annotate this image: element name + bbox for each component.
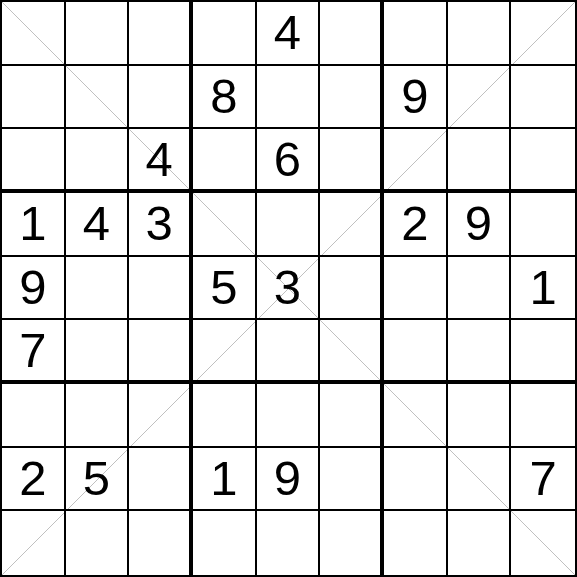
cell-r9c1[interactable] [2, 511, 66, 575]
cell-r7c3[interactable] [129, 384, 193, 448]
cell-r7c8[interactable] [448, 384, 512, 448]
cell-r4c8[interactable]: 9 [448, 193, 512, 257]
cell-r6c1[interactable]: 7 [2, 320, 66, 384]
cell-r8c3[interactable] [129, 448, 193, 512]
cell-r3c8[interactable] [448, 129, 512, 193]
cell-r7c1[interactable] [2, 384, 66, 448]
cell-r5c9[interactable]: 1 [511, 257, 575, 321]
cell-r5c5[interactable]: 3 [257, 257, 321, 321]
cell-r1c2[interactable] [66, 2, 130, 66]
cell-r8c5[interactable]: 9 [257, 448, 321, 512]
cell-r5c4[interactable]: 5 [193, 257, 257, 321]
cell-r6c8[interactable] [448, 320, 512, 384]
cell-r5c1[interactable]: 9 [2, 257, 66, 321]
cell-r8c7[interactable] [384, 448, 448, 512]
cell-r4c6[interactable] [320, 193, 384, 257]
cell-r7c2[interactable] [66, 384, 130, 448]
cell-r2c7[interactable]: 9 [384, 66, 448, 130]
cell-r1c8[interactable] [448, 2, 512, 66]
cell-r4c7[interactable]: 2 [384, 193, 448, 257]
cell-r1c7[interactable] [384, 2, 448, 66]
cell-r3c4[interactable] [193, 129, 257, 193]
cell-r9c7[interactable] [384, 511, 448, 575]
cell-r3c7[interactable] [384, 129, 448, 193]
cell-r2c3[interactable] [129, 66, 193, 130]
cell-r1c4[interactable] [193, 2, 257, 66]
cell-r4c1[interactable]: 1 [2, 193, 66, 257]
cell-r5c6[interactable] [320, 257, 384, 321]
cell-r2c9[interactable] [511, 66, 575, 130]
cell-r8c4[interactable]: 1 [193, 448, 257, 512]
cell-r3c3[interactable]: 4 [129, 129, 193, 193]
cell-r4c3[interactable]: 3 [129, 193, 193, 257]
cell-r5c7[interactable] [384, 257, 448, 321]
cell-r3c9[interactable] [511, 129, 575, 193]
cell-r9c3[interactable] [129, 511, 193, 575]
cell-r2c6[interactable] [320, 66, 384, 130]
cell-r1c3[interactable] [129, 2, 193, 66]
cell-r1c9[interactable] [511, 2, 575, 66]
cell-r4c5[interactable] [257, 193, 321, 257]
sudoku-grid: 48946143299531725197 [2, 2, 575, 575]
cell-r3c1[interactable] [2, 129, 66, 193]
sudoku-board: 48946143299531725197 [0, 0, 577, 577]
cell-r6c7[interactable] [384, 320, 448, 384]
cell-r6c4[interactable] [193, 320, 257, 384]
cell-r5c2[interactable] [66, 257, 130, 321]
cell-r7c4[interactable] [193, 384, 257, 448]
cell-r7c5[interactable] [257, 384, 321, 448]
cell-r6c5[interactable] [257, 320, 321, 384]
cell-r6c6[interactable] [320, 320, 384, 384]
cell-r8c1[interactable]: 2 [2, 448, 66, 512]
cell-r6c2[interactable] [66, 320, 130, 384]
cell-r5c8[interactable] [448, 257, 512, 321]
cell-r9c6[interactable] [320, 511, 384, 575]
cell-r6c9[interactable] [511, 320, 575, 384]
cell-r4c4[interactable] [193, 193, 257, 257]
cell-r7c6[interactable] [320, 384, 384, 448]
cell-r7c9[interactable] [511, 384, 575, 448]
cell-r9c8[interactable] [448, 511, 512, 575]
cell-r1c6[interactable] [320, 2, 384, 66]
cell-r3c2[interactable] [66, 129, 130, 193]
cell-r8c6[interactable] [320, 448, 384, 512]
cell-r4c2[interactable]: 4 [66, 193, 130, 257]
cell-r2c2[interactable] [66, 66, 130, 130]
cell-r2c4[interactable]: 8 [193, 66, 257, 130]
cell-r1c5[interactable]: 4 [257, 2, 321, 66]
cell-r2c1[interactable] [2, 66, 66, 130]
cell-r2c5[interactable] [257, 66, 321, 130]
cell-r9c9[interactable] [511, 511, 575, 575]
cell-r2c8[interactable] [448, 66, 512, 130]
cell-r3c5[interactable]: 6 [257, 129, 321, 193]
cell-r9c4[interactable] [193, 511, 257, 575]
cell-r6c3[interactable] [129, 320, 193, 384]
cell-r7c7[interactable] [384, 384, 448, 448]
cell-r5c3[interactable] [129, 257, 193, 321]
cell-r8c2[interactable]: 5 [66, 448, 130, 512]
cell-r3c6[interactable] [320, 129, 384, 193]
cell-r8c8[interactable] [448, 448, 512, 512]
cell-r1c1[interactable] [2, 2, 66, 66]
cell-r9c5[interactable] [257, 511, 321, 575]
cell-r4c9[interactable] [511, 193, 575, 257]
cell-r8c9[interactable]: 7 [511, 448, 575, 512]
cell-r9c2[interactable] [66, 511, 130, 575]
